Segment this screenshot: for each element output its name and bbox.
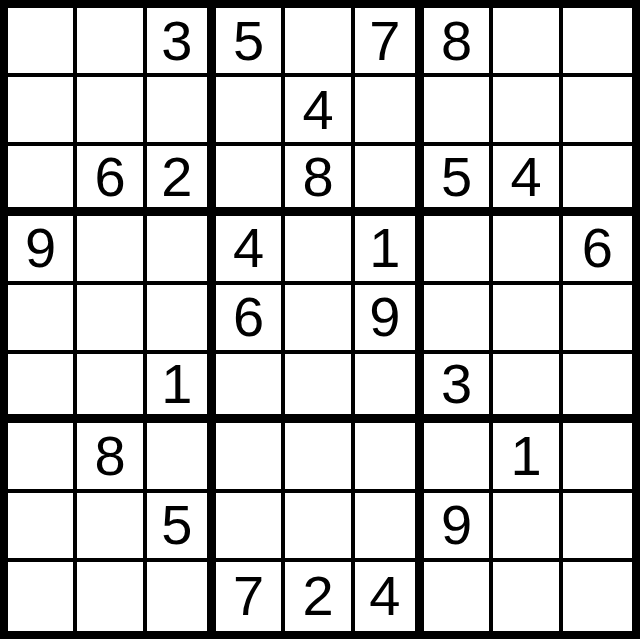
cell-r6c2[interactable] (77, 354, 146, 423)
cell-r6c4[interactable] (216, 354, 285, 423)
cell-r6c3[interactable]: 1 (147, 354, 216, 423)
cell-r6c1[interactable] (8, 354, 77, 423)
cell-r8c5[interactable] (285, 493, 354, 562)
cell-r8c9[interactable] (563, 493, 632, 562)
cell-r4c7[interactable] (424, 216, 493, 285)
cell-r1c6[interactable]: 7 (355, 8, 424, 77)
cell-r2c9[interactable] (563, 77, 632, 146)
cell-r7c9[interactable] (563, 423, 632, 492)
sudoku-board: 3578462854941669138159724 (0, 0, 640, 639)
cell-r9c3[interactable] (147, 562, 216, 631)
cell-r3c9[interactable] (563, 146, 632, 215)
cell-r6c6[interactable] (355, 354, 424, 423)
cell-r1c1[interactable] (8, 8, 77, 77)
cell-r4c4[interactable]: 4 (216, 216, 285, 285)
cell-r2c4[interactable] (216, 77, 285, 146)
cell-r9c7[interactable] (424, 562, 493, 631)
cell-r4c8[interactable] (493, 216, 562, 285)
cell-r1c4[interactable]: 5 (216, 8, 285, 77)
cell-r1c9[interactable] (563, 8, 632, 77)
cell-r7c2[interactable]: 8 (77, 423, 146, 492)
sudoku-board-wrap: 3578462854941669138159724 (0, 0, 640, 639)
cell-r5c5[interactable] (285, 285, 354, 354)
cell-r3c3[interactable]: 2 (147, 146, 216, 215)
cell-r9c2[interactable] (77, 562, 146, 631)
cell-r2c7[interactable] (424, 77, 493, 146)
cell-r5c8[interactable] (493, 285, 562, 354)
cell-r6c5[interactable] (285, 354, 354, 423)
cell-r5c6[interactable]: 9 (355, 285, 424, 354)
cell-r5c2[interactable] (77, 285, 146, 354)
cell-r9c1[interactable] (8, 562, 77, 631)
cell-r8c4[interactable] (216, 493, 285, 562)
cell-r4c9[interactable]: 6 (563, 216, 632, 285)
cell-r2c8[interactable] (493, 77, 562, 146)
cell-r4c5[interactable] (285, 216, 354, 285)
cell-r5c4[interactable]: 6 (216, 285, 285, 354)
cell-r4c1[interactable]: 9 (8, 216, 77, 285)
cell-r6c7[interactable]: 3 (424, 354, 493, 423)
cell-r1c2[interactable] (77, 8, 146, 77)
cell-r5c3[interactable] (147, 285, 216, 354)
cell-r7c1[interactable] (8, 423, 77, 492)
cell-r8c8[interactable] (493, 493, 562, 562)
cell-r2c6[interactable] (355, 77, 424, 146)
cell-r3c7[interactable]: 5 (424, 146, 493, 215)
cell-r2c5[interactable]: 4 (285, 77, 354, 146)
cell-r8c6[interactable] (355, 493, 424, 562)
cell-r9c6[interactable]: 4 (355, 562, 424, 631)
cell-r7c8[interactable]: 1 (493, 423, 562, 492)
cell-r6c8[interactable] (493, 354, 562, 423)
cell-r3c8[interactable]: 4 (493, 146, 562, 215)
cell-r9c4[interactable]: 7 (216, 562, 285, 631)
cell-r8c1[interactable] (8, 493, 77, 562)
cell-r1c8[interactable] (493, 8, 562, 77)
cell-r2c1[interactable] (8, 77, 77, 146)
cell-r4c2[interactable] (77, 216, 146, 285)
cell-r5c1[interactable] (8, 285, 77, 354)
cell-r7c3[interactable] (147, 423, 216, 492)
cell-r7c4[interactable] (216, 423, 285, 492)
cell-r3c1[interactable] (8, 146, 77, 215)
cell-r2c2[interactable] (77, 77, 146, 146)
cell-r8c7[interactable]: 9 (424, 493, 493, 562)
cell-r9c5[interactable]: 2 (285, 562, 354, 631)
cell-r8c2[interactable] (77, 493, 146, 562)
cell-r4c6[interactable]: 1 (355, 216, 424, 285)
cell-r7c5[interactable] (285, 423, 354, 492)
cell-r3c2[interactable]: 6 (77, 146, 146, 215)
cell-r9c9[interactable] (563, 562, 632, 631)
cell-r3c5[interactable]: 8 (285, 146, 354, 215)
cell-r7c6[interactable] (355, 423, 424, 492)
cell-r3c6[interactable] (355, 146, 424, 215)
cell-r1c3[interactable]: 3 (147, 8, 216, 77)
cell-r5c9[interactable] (563, 285, 632, 354)
cell-r6c9[interactable] (563, 354, 632, 423)
cell-r9c8[interactable] (493, 562, 562, 631)
cell-r4c3[interactable] (147, 216, 216, 285)
cell-r3c4[interactable] (216, 146, 285, 215)
cell-r2c3[interactable] (147, 77, 216, 146)
cell-r1c7[interactable]: 8 (424, 8, 493, 77)
cell-r5c7[interactable] (424, 285, 493, 354)
cell-r1c5[interactable] (285, 8, 354, 77)
cell-r8c3[interactable]: 5 (147, 493, 216, 562)
cell-r7c7[interactable] (424, 423, 493, 492)
